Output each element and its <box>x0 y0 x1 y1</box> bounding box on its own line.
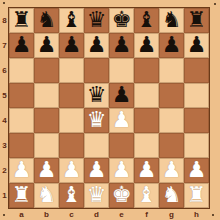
rank-label-2: 2 <box>0 158 9 183</box>
square-c8[interactable]: ♝ <box>59 8 84 33</box>
square-h6[interactable] <box>184 58 209 83</box>
square-h7[interactable]: ♟ <box>184 33 209 58</box>
black-bishop-f8: ♝ <box>137 9 157 31</box>
rank-labels: 87654321 <box>0 8 9 208</box>
square-g4[interactable] <box>159 108 184 133</box>
white-pawn-d2: ♟ <box>87 159 107 181</box>
rank-label-8: 8 <box>0 8 9 33</box>
rank-label-5: 5 <box>0 83 9 108</box>
square-f8[interactable]: ♝ <box>134 8 159 33</box>
square-d4[interactable]: ♛ <box>84 108 109 133</box>
square-h8[interactable]: ♜ <box>184 8 209 33</box>
white-pawn-e4: ♟ <box>112 109 132 131</box>
square-c1[interactable]: ♝ <box>59 183 84 208</box>
white-pawn-f2: ♟ <box>137 159 157 181</box>
black-knight-b8: ♞ <box>37 9 57 31</box>
black-knight-g8: ♞ <box>162 9 182 31</box>
white-bishop-f1: ♝ <box>137 184 157 206</box>
file-label-h: h <box>184 208 209 220</box>
square-g8[interactable]: ♞ <box>159 8 184 33</box>
white-bishop-c1: ♝ <box>62 184 82 206</box>
square-g7[interactable]: ♟ <box>159 33 184 58</box>
square-c3[interactable] <box>59 133 84 158</box>
square-c4[interactable] <box>59 108 84 133</box>
square-b1[interactable]: ♞ <box>34 183 59 208</box>
file-label-f: f <box>134 208 159 220</box>
white-queen-d1: ♛ <box>87 184 107 206</box>
black-pawn-f7: ♟ <box>137 34 157 56</box>
square-e7[interactable]: ♟ <box>109 33 134 58</box>
square-e8[interactable]: ♚ <box>109 8 134 33</box>
square-a4[interactable] <box>9 108 34 133</box>
white-queen-d4: ♛ <box>87 109 107 131</box>
corner-pin-top-left <box>3 2 5 4</box>
square-a7[interactable]: ♟ <box>9 33 34 58</box>
corner-pin-bottom-right <box>212 214 214 216</box>
black-pawn-c7: ♟ <box>62 34 82 56</box>
white-pawn-h2: ♟ <box>187 159 207 181</box>
demo-chess-board: 87654321 ♜♞♝♛♚♝♞♜♟♟♟♟♟♟♟♟♛♟♛♟♟♟♟♟♟♟♟♟♜♞♝… <box>0 0 220 220</box>
rank-label-4: 4 <box>0 108 9 133</box>
file-label-a: a <box>9 208 34 220</box>
square-b2[interactable]: ♟ <box>34 158 59 183</box>
file-label-d: d <box>84 208 109 220</box>
white-pawn-b2: ♟ <box>37 159 57 181</box>
white-knight-g1: ♞ <box>162 184 182 206</box>
square-e5[interactable]: ♟ <box>109 83 134 108</box>
white-pawn-e2: ♟ <box>112 159 132 181</box>
square-e6[interactable] <box>109 58 134 83</box>
black-pawn-b7: ♟ <box>37 34 57 56</box>
square-g2[interactable]: ♟ <box>159 158 184 183</box>
square-f1[interactable]: ♝ <box>134 183 159 208</box>
black-pawn-e7: ♟ <box>112 34 132 56</box>
square-e1[interactable]: ♚ <box>109 183 134 208</box>
square-f3[interactable] <box>134 133 159 158</box>
square-b8[interactable]: ♞ <box>34 8 59 33</box>
rank-label-6: 6 <box>0 58 9 83</box>
square-g3[interactable] <box>159 133 184 158</box>
black-queen-d8: ♛ <box>87 9 107 31</box>
square-b6[interactable] <box>34 58 59 83</box>
square-c5[interactable] <box>59 83 84 108</box>
square-d2[interactable]: ♟ <box>84 158 109 183</box>
square-e2[interactable]: ♟ <box>109 158 134 183</box>
square-f6[interactable] <box>134 58 159 83</box>
square-b7[interactable]: ♟ <box>34 33 59 58</box>
square-c6[interactable] <box>59 58 84 83</box>
square-g1[interactable]: ♞ <box>159 183 184 208</box>
square-d6[interactable] <box>84 58 109 83</box>
white-rook-a1: ♜ <box>12 184 32 206</box>
square-g6[interactable] <box>159 58 184 83</box>
square-g5[interactable] <box>159 83 184 108</box>
square-h5[interactable] <box>184 83 209 108</box>
black-king-e8: ♚ <box>112 9 132 31</box>
white-knight-b1: ♞ <box>37 184 57 206</box>
file-label-g: g <box>159 208 184 220</box>
white-pawn-g2: ♟ <box>162 159 182 181</box>
square-e4[interactable]: ♟ <box>109 108 134 133</box>
square-f7[interactable]: ♟ <box>134 33 159 58</box>
square-b3[interactable] <box>34 133 59 158</box>
square-a8[interactable]: ♜ <box>9 8 34 33</box>
file-label-b: b <box>34 208 59 220</box>
square-h3[interactable] <box>184 133 209 158</box>
square-a3[interactable] <box>9 133 34 158</box>
rank-label-3: 3 <box>0 133 9 158</box>
square-e3[interactable] <box>109 133 134 158</box>
file-labels: abcdefgh <box>9 208 209 220</box>
square-a5[interactable] <box>9 83 34 108</box>
black-pawn-a7: ♟ <box>12 34 32 56</box>
file-label-e: e <box>109 208 134 220</box>
square-f4[interactable] <box>134 108 159 133</box>
square-a6[interactable] <box>9 58 34 83</box>
rank-label-7: 7 <box>0 33 9 58</box>
square-d8[interactable]: ♛ <box>84 8 109 33</box>
square-a1[interactable]: ♜ <box>9 183 34 208</box>
square-d1[interactable]: ♛ <box>84 183 109 208</box>
white-pawn-a2: ♟ <box>12 159 32 181</box>
black-pawn-e5: ♟ <box>112 84 132 106</box>
white-rook-h1: ♜ <box>187 184 207 206</box>
black-rook-a8: ♜ <box>12 9 32 31</box>
square-d3[interactable] <box>84 133 109 158</box>
corner-pin-top-right <box>214 3 216 5</box>
square-h4[interactable] <box>184 108 209 133</box>
chess-board-grid: ♜♞♝♛♚♝♞♜♟♟♟♟♟♟♟♟♛♟♛♟♟♟♟♟♟♟♟♟♜♞♝♛♚♝♞♜ <box>9 8 209 208</box>
square-d7[interactable]: ♟ <box>84 33 109 58</box>
square-h2[interactable]: ♟ <box>184 158 209 183</box>
square-c2[interactable]: ♟ <box>59 158 84 183</box>
square-a2[interactable]: ♟ <box>9 158 34 183</box>
black-pawn-d7: ♟ <box>87 34 107 56</box>
white-king-e1: ♚ <box>112 184 132 206</box>
file-label-c: c <box>59 208 84 220</box>
black-pawn-g7: ♟ <box>162 34 182 56</box>
black-rook-h8: ♜ <box>187 9 207 31</box>
corner-pin-bottom-left <box>3 214 5 216</box>
square-d5[interactable]: ♛ <box>84 83 109 108</box>
square-h1[interactable]: ♜ <box>184 183 209 208</box>
square-b4[interactable] <box>34 108 59 133</box>
square-f2[interactable]: ♟ <box>134 158 159 183</box>
rank-label-1: 1 <box>0 183 9 208</box>
black-pawn-h7: ♟ <box>187 34 207 56</box>
square-b5[interactable] <box>34 83 59 108</box>
black-bishop-c8: ♝ <box>62 9 82 31</box>
square-c7[interactable]: ♟ <box>59 33 84 58</box>
black-queen-d5: ♛ <box>87 84 107 106</box>
white-pawn-c2: ♟ <box>62 159 82 181</box>
square-f5[interactable] <box>134 83 159 108</box>
